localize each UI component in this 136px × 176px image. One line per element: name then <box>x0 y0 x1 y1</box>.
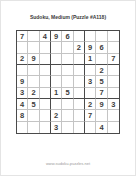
footer-url: www.sudoku-puzzles.net <box>1 161 135 166</box>
sudoku-cell-r9c9 <box>108 122 119 133</box>
sudoku-cell-r6c2: 2 <box>28 88 39 99</box>
sudoku-cell-r5c6 <box>74 76 85 87</box>
sudoku-cell-r4c9 <box>108 65 119 76</box>
sudoku-cell-r8c5 <box>62 110 73 121</box>
sudoku-cell-r8c4: 2 <box>51 110 62 121</box>
sudoku-cell-r3c7: 1 <box>85 54 96 65</box>
sudoku-cell-r1c5: 6 <box>62 31 73 42</box>
sudoku-cell-r4c2 <box>28 65 39 76</box>
sudoku-cell-r1c1: 7 <box>17 31 28 42</box>
sudoku-cell-r7c5 <box>62 99 73 110</box>
sudoku-cell-r9c8: 4 <box>96 122 107 133</box>
sudoku-cell-r4c4 <box>51 65 62 76</box>
sudoku-cell-r7c9: 3 <box>108 99 119 110</box>
sudoku-cell-r3c5 <box>62 54 73 65</box>
sudoku-grid: 749629629172935321574529382734 <box>16 30 120 134</box>
sudoku-cell-r2c1 <box>17 42 28 53</box>
sudoku-cell-r3c8 <box>96 54 107 65</box>
sudoku-cell-r8c6 <box>74 110 85 121</box>
sudoku-cell-r4c5 <box>62 65 73 76</box>
sudoku-cell-r7c2: 5 <box>28 99 39 110</box>
sudoku-cell-r1c2 <box>28 31 39 42</box>
sudoku-cell-r7c4 <box>51 99 62 110</box>
sudoku-cell-r5c7: 3 <box>85 76 96 87</box>
sudoku-cell-r3c4 <box>51 54 62 65</box>
sudoku-cell-r3c6 <box>74 54 85 65</box>
sudoku-cell-r6c7 <box>85 88 96 99</box>
sudoku-cell-r5c2 <box>28 76 39 87</box>
sudoku-cell-r5c9 <box>108 76 119 87</box>
sudoku-cell-r8c8 <box>96 110 107 121</box>
sudoku-cell-r1c6 <box>74 31 85 42</box>
sudoku-cell-r3c3 <box>40 54 51 65</box>
sudoku-cell-r6c3 <box>40 88 51 99</box>
sudoku-cell-r4c3 <box>40 65 51 76</box>
sudoku-cell-r8c3 <box>40 110 51 121</box>
sudoku-cell-r8c2 <box>28 110 39 121</box>
sudoku-cell-r1c3: 4 <box>40 31 51 42</box>
sudoku-cell-r9c2 <box>28 122 39 133</box>
sudoku-cell-r9c7 <box>85 122 96 133</box>
sudoku-cell-r2c5 <box>62 42 73 53</box>
sudoku-cell-r8c7: 7 <box>85 110 96 121</box>
sudoku-cell-r7c3 <box>40 99 51 110</box>
sudoku-cell-r3c9: 7 <box>108 54 119 65</box>
sudoku-cell-r2c6: 2 <box>74 42 85 53</box>
sudoku-cell-r9c1 <box>17 122 28 133</box>
sudoku-cell-r3c2: 9 <box>28 54 39 65</box>
sudoku-cell-r2c4 <box>51 42 62 53</box>
sudoku-cell-r1c4: 9 <box>51 31 62 42</box>
page-title: Sudoku, Medium (Puzzle #A118) <box>1 14 135 20</box>
sudoku-cell-r6c8: 7 <box>96 88 107 99</box>
sudoku-cell-r9c3 <box>40 122 51 133</box>
sudoku-cell-r4c1 <box>17 65 28 76</box>
sudoku-cell-r6c6 <box>74 88 85 99</box>
sudoku-cell-r7c1: 4 <box>17 99 28 110</box>
sudoku-cell-r6c4: 1 <box>51 88 62 99</box>
sudoku-cell-r2c9 <box>108 42 119 53</box>
sudoku-cell-r1c9 <box>108 31 119 42</box>
sudoku-cell-r9c6 <box>74 122 85 133</box>
sudoku-cell-r7c7: 2 <box>85 99 96 110</box>
sudoku-cell-r8c9 <box>108 110 119 121</box>
sudoku-cell-r6c9 <box>108 88 119 99</box>
sudoku-cell-r7c6 <box>74 99 85 110</box>
sudoku-cell-r5c1: 9 <box>17 76 28 87</box>
sudoku-cell-r2c8: 6 <box>96 42 107 53</box>
sudoku-cell-r2c2 <box>28 42 39 53</box>
sudoku-cell-r1c8 <box>96 31 107 42</box>
sudoku-cell-r6c5: 5 <box>62 88 73 99</box>
sudoku-cell-r9c5 <box>62 122 73 133</box>
sudoku-cell-r2c3 <box>40 42 51 53</box>
sudoku-cell-r5c3 <box>40 76 51 87</box>
sudoku-cell-r1c7 <box>85 31 96 42</box>
sudoku-cell-r4c7 <box>85 65 96 76</box>
sudoku-cell-r5c5 <box>62 76 73 87</box>
sudoku-cell-r8c1: 8 <box>17 110 28 121</box>
sudoku-page: Sudoku, Medium (Puzzle #A118) 7496296291… <box>0 0 136 176</box>
sudoku-cell-r3c1: 2 <box>17 54 28 65</box>
sudoku-cell-r9c4: 3 <box>51 122 62 133</box>
sudoku-cell-r2c7: 9 <box>85 42 96 53</box>
sudoku-cell-r7c8: 9 <box>96 99 107 110</box>
sudoku-cell-r4c8: 2 <box>96 65 107 76</box>
sudoku-cell-r6c1: 3 <box>17 88 28 99</box>
sudoku-cell-r5c4 <box>51 76 62 87</box>
sudoku-cell-r4c6 <box>74 65 85 76</box>
sudoku-cell-r5c8: 5 <box>96 76 107 87</box>
